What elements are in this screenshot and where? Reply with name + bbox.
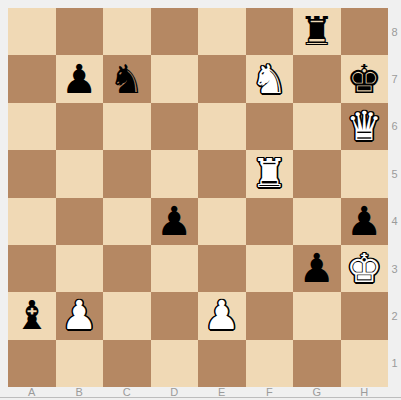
square-c8[interactable]	[103, 8, 151, 55]
square-f2[interactable]	[246, 292, 294, 339]
square-b6[interactable]	[56, 103, 104, 150]
black-knight[interactable]: ♞	[109, 56, 145, 103]
square-e3[interactable]	[198, 245, 246, 292]
square-g6[interactable]	[293, 103, 341, 150]
square-c3[interactable]	[103, 245, 151, 292]
rank-label-6: 6	[388, 103, 401, 150]
square-d2[interactable]	[151, 292, 199, 339]
square-d1[interactable]	[151, 340, 199, 387]
rank-label-7: 7	[388, 55, 401, 102]
rank-label-3: 3	[388, 245, 401, 292]
square-c4[interactable]	[103, 198, 151, 245]
black-pawn[interactable]: ♟	[61, 56, 97, 103]
black-pawn[interactable]: ♟	[156, 198, 192, 245]
square-a5[interactable]	[8, 150, 56, 197]
square-a1[interactable]	[8, 340, 56, 387]
square-c6[interactable]	[103, 103, 151, 150]
white-rook[interactable]: ♜	[251, 150, 287, 197]
square-f4[interactable]	[246, 198, 294, 245]
square-f5[interactable]: ♜	[246, 150, 294, 197]
square-c1[interactable]	[103, 340, 151, 387]
square-h4[interactable]: ♟	[341, 198, 389, 245]
square-a6[interactable]	[8, 103, 56, 150]
black-rook[interactable]: ♜	[299, 8, 335, 55]
white-knight[interactable]: ♞	[251, 56, 287, 103]
divider-line	[0, 397, 401, 398]
square-h1[interactable]	[341, 340, 389, 387]
square-b5[interactable]	[56, 150, 104, 197]
black-pawn[interactable]: ♟	[346, 198, 382, 245]
square-a3[interactable]	[8, 245, 56, 292]
square-b1[interactable]	[56, 340, 104, 387]
white-pawn[interactable]: ♟	[61, 292, 97, 339]
square-f1[interactable]	[246, 340, 294, 387]
square-b4[interactable]	[56, 198, 104, 245]
square-e2[interactable]: ♟	[198, 292, 246, 339]
square-g4[interactable]	[293, 198, 341, 245]
square-e6[interactable]	[198, 103, 246, 150]
square-d6[interactable]	[151, 103, 199, 150]
square-e5[interactable]	[198, 150, 246, 197]
square-h3[interactable]: ♚	[341, 245, 389, 292]
square-g3[interactable]: ♟	[293, 245, 341, 292]
square-d4[interactable]: ♟	[151, 198, 199, 245]
square-b7[interactable]: ♟	[56, 55, 104, 102]
square-g1[interactable]	[293, 340, 341, 387]
square-c2[interactable]	[103, 292, 151, 339]
square-a4[interactable]	[8, 198, 56, 245]
square-e4[interactable]	[198, 198, 246, 245]
square-b2[interactable]: ♟	[56, 292, 104, 339]
square-d8[interactable]	[151, 8, 199, 55]
rank-label-2: 2	[388, 292, 401, 339]
square-c5[interactable]	[103, 150, 151, 197]
square-c7[interactable]: ♞	[103, 55, 151, 102]
rank-label-8: 8	[388, 8, 401, 55]
black-pawn[interactable]: ♟	[299, 245, 335, 292]
square-h8[interactable]	[341, 8, 389, 55]
rank-labels: 87654321	[388, 8, 401, 387]
square-b3[interactable]	[56, 245, 104, 292]
square-f8[interactable]	[246, 8, 294, 55]
square-h6[interactable]: ♛	[341, 103, 389, 150]
rank-label-1: 1	[388, 340, 401, 387]
square-g2[interactable]	[293, 292, 341, 339]
square-f3[interactable]	[246, 245, 294, 292]
square-d5[interactable]	[151, 150, 199, 197]
white-queen[interactable]: ♛	[346, 103, 382, 150]
white-king[interactable]: ♚	[346, 245, 382, 292]
square-e8[interactable]	[198, 8, 246, 55]
white-pawn[interactable]: ♟	[204, 292, 240, 339]
square-a7[interactable]	[8, 55, 56, 102]
black-bishop[interactable]: ♝	[14, 292, 50, 339]
square-h7[interactable]: ♚	[341, 55, 389, 102]
square-h5[interactable]	[341, 150, 389, 197]
chess-board[interactable]: ♜♟♞♞♚♛♜♟♟♟♚♝♟♟	[8, 8, 388, 387]
square-b8[interactable]	[56, 8, 104, 55]
rank-label-5: 5	[388, 150, 401, 197]
square-e7[interactable]	[198, 55, 246, 102]
page: { "game": "chess", "position": "6r1/1pn2…	[0, 0, 401, 400]
square-g5[interactable]	[293, 150, 341, 197]
square-a2[interactable]: ♝	[8, 292, 56, 339]
black-king[interactable]: ♚	[346, 56, 382, 103]
square-f7[interactable]: ♞	[246, 55, 294, 102]
square-d3[interactable]	[151, 245, 199, 292]
square-e1[interactable]	[198, 340, 246, 387]
square-d7[interactable]	[151, 55, 199, 102]
square-f6[interactable]	[246, 103, 294, 150]
rank-label-4: 4	[388, 198, 401, 245]
square-g7[interactable]	[293, 55, 341, 102]
square-a8[interactable]	[8, 8, 56, 55]
square-g8[interactable]: ♜	[293, 8, 341, 55]
square-h2[interactable]	[341, 292, 389, 339]
